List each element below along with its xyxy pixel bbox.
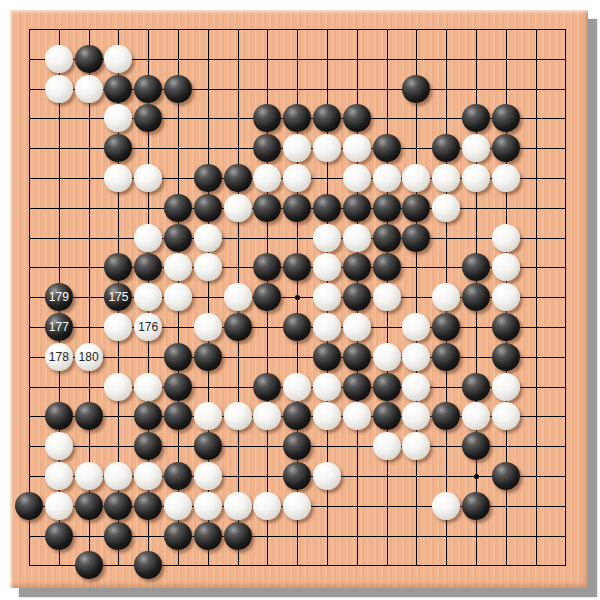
white-stone-r13c11	[343, 402, 371, 430]
white-stone-r5c11	[343, 164, 371, 192]
white-stone-r16c8	[253, 492, 281, 520]
black-stone-r8c12	[373, 253, 401, 281]
white-stone-r5c9	[283, 164, 311, 192]
black-stone-r14c15	[462, 432, 490, 460]
white-stone-r16c7	[224, 492, 252, 520]
black-stone-r13c12	[373, 402, 401, 430]
white-stone-r7c11	[343, 224, 371, 252]
black-stone-r13c1	[45, 402, 73, 430]
black-stone-r1c2	[75, 45, 103, 73]
black-stone-r3c11	[343, 104, 371, 132]
white-stone-r4c15	[462, 134, 490, 162]
black-stone-r5c6	[194, 164, 222, 192]
black-stone-r18c2	[75, 551, 103, 579]
black-stone-r12c11	[343, 373, 371, 401]
black-stone-r8c11	[343, 253, 371, 281]
black-stone-r10c14	[432, 313, 460, 341]
move-number-label: 180	[75, 343, 103, 371]
black-stone-r12c5	[164, 373, 192, 401]
black-stone-r2c13	[402, 75, 430, 103]
black-stone-r2c4	[134, 75, 162, 103]
white-stone-r2c1	[45, 75, 73, 103]
black-stone-r12c12	[373, 373, 401, 401]
white-stone-r14c1	[45, 432, 73, 460]
black-stone-r10c9	[283, 313, 311, 341]
white-stone-r5c15	[462, 164, 490, 192]
black-stone-r17c5	[164, 522, 192, 550]
black-stone-r17c3	[104, 522, 132, 550]
white-stone-r13c6	[194, 402, 222, 430]
black-stone-r2c5	[164, 75, 192, 103]
white-stone-r7c6	[194, 224, 222, 252]
go-board[interactable]: 179175177176178180	[10, 10, 588, 588]
white-stone-r6c14	[432, 194, 460, 222]
black-stone-r3c16	[492, 104, 520, 132]
black-stone-r11c16	[492, 343, 520, 371]
white-stone-r12c16	[492, 373, 520, 401]
white-stone-r15c2	[75, 462, 103, 490]
white-stone-r15c6	[194, 462, 222, 490]
black-stone-r7c5	[164, 224, 192, 252]
white-stone-r12c9	[283, 373, 311, 401]
black-stone-r17c6	[194, 522, 222, 550]
move-number-label: 178	[45, 343, 73, 371]
white-stone-r9c12	[373, 283, 401, 311]
move-number-label: 179	[45, 283, 73, 311]
white-stone-r1c1	[45, 45, 73, 73]
white-stone-r10c4: 176	[134, 313, 162, 341]
white-stone-r8c16	[492, 253, 520, 281]
white-stone-r16c5	[164, 492, 192, 520]
black-stone-r16c15	[462, 492, 490, 520]
white-stone-r15c4	[134, 462, 162, 490]
white-stone-r1c3	[104, 45, 132, 73]
black-stone-r16c0	[15, 492, 43, 520]
white-stone-r12c10	[313, 373, 341, 401]
white-stone-r11c13	[402, 343, 430, 371]
white-stone-r5c12	[373, 164, 401, 192]
star-point	[474, 474, 479, 479]
black-stone-r2c3	[104, 75, 132, 103]
black-stone-r10c7	[224, 313, 252, 341]
black-stone-r18c4	[134, 551, 162, 579]
black-stone-r15c9	[283, 462, 311, 490]
white-stone-r9c10	[313, 283, 341, 311]
black-stone-r6c8	[253, 194, 281, 222]
white-stone-r10c10	[313, 313, 341, 341]
black-stone-r11c5	[164, 343, 192, 371]
white-stone-r4c10	[313, 134, 341, 162]
black-stone-r11c14	[432, 343, 460, 371]
black-stone-r16c3	[104, 492, 132, 520]
black-stone-r17c7	[224, 522, 252, 550]
white-stone-r7c16	[492, 224, 520, 252]
black-stone-r4c16	[492, 134, 520, 162]
white-stone-r10c6	[194, 313, 222, 341]
white-stone-r16c14	[432, 492, 460, 520]
black-stone-r6c13	[402, 194, 430, 222]
white-stone-r13c7	[224, 402, 252, 430]
white-stone-r4c11	[343, 134, 371, 162]
black-stone-r10c16	[492, 313, 520, 341]
black-stone-r16c2	[75, 492, 103, 520]
black-stone-r6c9	[283, 194, 311, 222]
black-stone-r11c10	[313, 343, 341, 371]
white-stone-r15c1	[45, 462, 73, 490]
white-stone-r9c7	[224, 283, 252, 311]
white-stone-r16c6	[194, 492, 222, 520]
white-stone-r14c12	[373, 432, 401, 460]
black-stone-r10c1: 177	[45, 313, 73, 341]
black-stone-r15c5	[164, 462, 192, 490]
white-stone-r11c1: 178	[45, 343, 73, 371]
black-stone-r12c8	[253, 373, 281, 401]
black-stone-r4c12	[373, 134, 401, 162]
black-stone-r17c1	[45, 522, 73, 550]
move-number-label: 177	[45, 313, 73, 341]
black-stone-r9c3: 175	[104, 283, 132, 311]
white-stone-r5c16	[492, 164, 520, 192]
black-stone-r6c12	[373, 194, 401, 222]
black-stone-r6c11	[343, 194, 371, 222]
white-stone-r7c4	[134, 224, 162, 252]
black-stone-r9c11	[343, 283, 371, 311]
black-stone-r6c10	[313, 194, 341, 222]
black-stone-r11c11	[343, 343, 371, 371]
white-stone-r8c6	[194, 253, 222, 281]
black-stone-r15c16	[492, 462, 520, 490]
white-stone-r11c2: 180	[75, 343, 103, 371]
white-stone-r9c5	[164, 283, 192, 311]
white-stone-r13c16	[492, 402, 520, 430]
black-stone-r9c15	[462, 283, 490, 311]
black-stone-r6c5	[164, 194, 192, 222]
black-stone-r13c2	[75, 402, 103, 430]
white-stone-r9c16	[492, 283, 520, 311]
black-stone-r5c7	[224, 164, 252, 192]
white-stone-r12c4	[134, 373, 162, 401]
move-number-label: 175	[104, 283, 132, 311]
white-stone-r16c1	[45, 492, 73, 520]
white-stone-r7c10	[313, 224, 341, 252]
star-point	[295, 295, 300, 300]
move-number-label: 176	[134, 313, 162, 341]
white-stone-r16c9	[283, 492, 311, 520]
black-stone-r12c15	[462, 373, 490, 401]
black-stone-r16c4	[134, 492, 162, 520]
black-stone-r14c6	[194, 432, 222, 460]
white-stone-r10c11	[343, 313, 371, 341]
black-stone-r7c13	[402, 224, 430, 252]
black-stone-r7c12	[373, 224, 401, 252]
white-stone-r5c4	[134, 164, 162, 192]
white-stone-r12c13	[402, 373, 430, 401]
black-stone-r11c6	[194, 343, 222, 371]
black-stone-r6c6	[194, 194, 222, 222]
white-stone-r2c2	[75, 75, 103, 103]
white-stone-r12c3	[104, 373, 132, 401]
white-stone-r15c10	[313, 462, 341, 490]
white-stone-r11c12	[373, 343, 401, 371]
white-stone-r5c14	[432, 164, 460, 192]
black-stone-r9c1: 179	[45, 283, 73, 311]
white-stone-r6c7	[224, 194, 252, 222]
